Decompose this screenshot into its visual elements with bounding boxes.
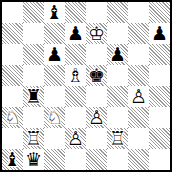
- square-h7[interactable]: ♟♟: [149, 23, 170, 44]
- square-a8[interactable]: [2, 2, 23, 23]
- square-h2[interactable]: [149, 128, 170, 149]
- piece-halo: ♝: [44, 2, 65, 23]
- piece-halo: ♚: [86, 23, 107, 44]
- square-c5[interactable]: [44, 65, 65, 86]
- piece-halo: ♞: [44, 107, 65, 128]
- square-f4[interactable]: [107, 86, 128, 107]
- piece-halo: ♛: [23, 149, 44, 170]
- piece-white-pawn: ♙: [65, 128, 86, 149]
- piece-halo: ♟: [128, 86, 149, 107]
- square-c3[interactable]: ♞♘: [44, 107, 65, 128]
- piece-white-pawn: ♙: [128, 86, 149, 107]
- piece-halo: ♟: [65, 23, 86, 44]
- piece-white-king: ♔: [86, 23, 107, 44]
- square-d2[interactable]: ♟♙: [65, 128, 86, 149]
- piece-halo: ♟: [44, 44, 65, 65]
- piece-white-knight: ♘: [2, 107, 23, 128]
- piece-halo: ♟: [149, 23, 170, 44]
- square-f3[interactable]: [107, 107, 128, 128]
- square-a1[interactable]: ♝♝: [2, 149, 23, 170]
- square-b5[interactable]: [23, 65, 44, 86]
- square-d1[interactable]: [65, 149, 86, 170]
- piece-halo: ♜: [107, 128, 128, 149]
- piece-white-pawn: ♙: [86, 107, 107, 128]
- square-d4[interactable]: [65, 86, 86, 107]
- square-e2[interactable]: [86, 128, 107, 149]
- square-e5[interactable]: ♚♚: [86, 65, 107, 86]
- piece-black-pawn: ♟: [65, 23, 86, 44]
- piece-white-bishop: ♗: [65, 65, 86, 86]
- piece-halo: ♟: [86, 107, 107, 128]
- piece-halo: ♚: [86, 65, 107, 86]
- square-e3[interactable]: ♟♙: [86, 107, 107, 128]
- square-g7[interactable]: [128, 23, 149, 44]
- square-d3[interactable]: [65, 107, 86, 128]
- square-f8[interactable]: [107, 2, 128, 23]
- square-e7[interactable]: ♚♔: [86, 23, 107, 44]
- piece-white-rook: ♖: [107, 128, 128, 149]
- square-g3[interactable]: [128, 107, 149, 128]
- piece-black-bishop: ♝: [2, 149, 23, 170]
- piece-halo: ♟: [107, 44, 128, 65]
- square-g6[interactable]: [128, 44, 149, 65]
- piece-halo: ♝: [65, 65, 86, 86]
- piece-halo: ♝: [2, 149, 23, 170]
- square-g5[interactable]: [128, 65, 149, 86]
- square-h5[interactable]: [149, 65, 170, 86]
- square-b8[interactable]: [23, 2, 44, 23]
- piece-black-bishop: ♝: [44, 2, 65, 23]
- square-b2[interactable]: ♜♖: [23, 128, 44, 149]
- square-a6[interactable]: [2, 44, 23, 65]
- square-b3[interactable]: [23, 107, 44, 128]
- square-d8[interactable]: [65, 2, 86, 23]
- square-c4[interactable]: [44, 86, 65, 107]
- square-f2[interactable]: ♜♖: [107, 128, 128, 149]
- square-a7[interactable]: [2, 23, 23, 44]
- square-d6[interactable]: [65, 44, 86, 65]
- square-h3[interactable]: [149, 107, 170, 128]
- square-c1[interactable]: [44, 149, 65, 170]
- square-e8[interactable]: [86, 2, 107, 23]
- square-b7[interactable]: [23, 23, 44, 44]
- square-e4[interactable]: [86, 86, 107, 107]
- square-e6[interactable]: [86, 44, 107, 65]
- piece-halo: ♟: [65, 128, 86, 149]
- piece-white-knight: ♘: [44, 107, 65, 128]
- piece-black-pawn: ♟: [149, 23, 170, 44]
- piece-black-pawn: ♟: [107, 44, 128, 65]
- square-e1[interactable]: [86, 149, 107, 170]
- square-f7[interactable]: [107, 23, 128, 44]
- square-c8[interactable]: ♝♝: [44, 2, 65, 23]
- square-d5[interactable]: ♝♗: [65, 65, 86, 86]
- square-g1[interactable]: [128, 149, 149, 170]
- square-b4[interactable]: ♜♜: [23, 86, 44, 107]
- piece-black-king: ♚: [86, 65, 107, 86]
- piece-white-rook: ♖: [23, 128, 44, 149]
- square-h6[interactable]: [149, 44, 170, 65]
- piece-halo: ♞: [2, 107, 23, 128]
- square-a5[interactable]: [2, 65, 23, 86]
- square-c7[interactable]: [44, 23, 65, 44]
- square-h4[interactable]: [149, 86, 170, 107]
- square-g2[interactable]: [128, 128, 149, 149]
- square-c2[interactable]: [44, 128, 65, 149]
- square-d7[interactable]: ♟♟: [65, 23, 86, 44]
- square-h8[interactable]: [149, 2, 170, 23]
- square-b6[interactable]: [23, 44, 44, 65]
- square-f6[interactable]: ♟♟: [107, 44, 128, 65]
- square-a4[interactable]: [2, 86, 23, 107]
- square-g8[interactable]: [128, 2, 149, 23]
- square-g4[interactable]: ♟♙: [128, 86, 149, 107]
- piece-halo: ♜: [23, 86, 44, 107]
- square-a3[interactable]: ♞♘: [2, 107, 23, 128]
- square-f5[interactable]: [107, 65, 128, 86]
- chess-board: ♝♝♟♟♚♔♟♟♟♟♟♟♝♗♚♚♜♜♟♙♞♘♞♘♟♙♜♖♟♙♜♖♝♝♛♛: [0, 0, 172, 172]
- square-b1[interactable]: ♛♛: [23, 149, 44, 170]
- piece-black-rook: ♜: [23, 86, 44, 107]
- square-a2[interactable]: [2, 128, 23, 149]
- piece-halo: ♜: [23, 128, 44, 149]
- square-h1[interactable]: [149, 149, 170, 170]
- piece-black-pawn: ♟: [44, 44, 65, 65]
- piece-black-queen: ♛: [23, 149, 44, 170]
- square-f1[interactable]: [107, 149, 128, 170]
- square-c6[interactable]: ♟♟: [44, 44, 65, 65]
